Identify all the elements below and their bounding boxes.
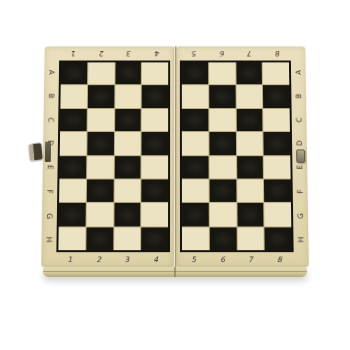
square-5G[interactable] <box>182 203 209 226</box>
board-halves: 1234 ABCDEFGH 1234 5678 ABCDEFGH 5678 <box>41 46 309 267</box>
square-2E[interactable] <box>87 156 114 179</box>
rank-label-right-F: F <box>288 184 313 199</box>
square-1A[interactable] <box>61 62 87 84</box>
square-6D[interactable] <box>209 132 235 155</box>
square-6E[interactable] <box>209 156 236 179</box>
square-4D[interactable] <box>142 132 168 155</box>
square-4F[interactable] <box>142 179 169 202</box>
file-label-top-8: 8 <box>262 46 292 60</box>
rank-label-right-A: A <box>286 65 310 79</box>
square-4A[interactable] <box>142 62 168 84</box>
playing-field-right <box>180 61 294 253</box>
square-6A[interactable] <box>209 62 235 84</box>
rank-label-right-D: D <box>287 136 312 150</box>
board-side-edge <box>43 267 307 277</box>
square-3E[interactable] <box>114 156 141 179</box>
square-1D[interactable] <box>60 132 87 155</box>
square-6B[interactable] <box>209 86 235 108</box>
square-7F[interactable] <box>237 179 264 202</box>
square-2G[interactable] <box>86 203 113 226</box>
file-label-top-1: 1 <box>58 46 88 60</box>
square-3B[interactable] <box>115 86 141 108</box>
square-8F[interactable] <box>264 179 291 202</box>
rank-label-left-B: B <box>39 89 63 103</box>
square-5D[interactable] <box>182 132 208 155</box>
file-label-top-6: 6 <box>207 46 237 60</box>
square-7D[interactable] <box>236 132 263 155</box>
square-7E[interactable] <box>237 156 264 179</box>
square-8H[interactable] <box>265 227 292 250</box>
square-5H[interactable] <box>182 227 209 250</box>
clasp-tab-icon <box>29 143 43 161</box>
square-1E[interactable] <box>59 156 86 179</box>
file-label-top-7: 7 <box>234 46 264 60</box>
square-7H[interactable] <box>237 227 264 250</box>
square-7B[interactable] <box>236 86 262 108</box>
square-7C[interactable] <box>236 109 262 131</box>
right-catch-pin-icon <box>296 149 305 163</box>
square-1G[interactable] <box>59 203 86 226</box>
rank-label-left-G: G <box>37 208 62 223</box>
file-label-bottom-7: 7 <box>235 252 267 267</box>
square-6C[interactable] <box>209 109 235 131</box>
square-5A[interactable] <box>182 62 208 84</box>
left-clasp <box>29 141 51 164</box>
file-label-top-2: 2 <box>86 46 116 60</box>
square-8G[interactable] <box>264 203 291 226</box>
square-6G[interactable] <box>209 203 236 226</box>
square-3D[interactable] <box>114 132 140 155</box>
square-5F[interactable] <box>182 179 209 202</box>
square-2H[interactable] <box>86 227 113 250</box>
square-4C[interactable] <box>142 109 168 131</box>
rank-label-left-C: C <box>39 112 63 126</box>
file-label-bottom-6: 6 <box>207 252 239 267</box>
file-labels-top-right-half: 5678 <box>180 46 291 60</box>
rank-label-right-H: H <box>289 233 314 248</box>
file-label-top-3: 3 <box>114 46 144 60</box>
square-4E[interactable] <box>142 156 168 179</box>
square-3F[interactable] <box>114 179 141 202</box>
square-6H[interactable] <box>210 227 237 250</box>
board-half-left: 1234 ABCDEFGH 1234 <box>41 46 173 267</box>
square-5C[interactable] <box>182 109 208 131</box>
square-3G[interactable] <box>114 203 141 226</box>
square-4H[interactable] <box>141 227 168 250</box>
file-label-top-5: 5 <box>179 46 209 60</box>
square-2F[interactable] <box>87 179 114 202</box>
file-label-bottom-2: 2 <box>83 252 115 267</box>
square-1F[interactable] <box>59 179 86 202</box>
rank-label-left-H: H <box>37 233 62 248</box>
file-label-top-4: 4 <box>141 46 171 60</box>
square-1C[interactable] <box>60 109 87 131</box>
square-5E[interactable] <box>182 156 208 179</box>
scene: 1234 ABCDEFGH 1234 5678 ABCDEFGH 5678 <box>0 0 350 350</box>
file-labels-top-left-half: 1234 <box>59 46 170 60</box>
clasp-base-icon <box>45 142 51 162</box>
rank-label-left-A: A <box>39 65 63 79</box>
square-3A[interactable] <box>115 62 141 84</box>
file-labels-bottom-left-half: 1234 <box>56 252 170 267</box>
square-4B[interactable] <box>142 86 168 108</box>
rank-label-right-C: C <box>287 112 311 126</box>
file-label-bottom-5: 5 <box>178 252 210 267</box>
square-1B[interactable] <box>60 86 86 108</box>
file-label-bottom-1: 1 <box>54 252 86 267</box>
square-7G[interactable] <box>237 203 264 226</box>
file-label-bottom-4: 4 <box>140 252 172 267</box>
rank-label-right-B: B <box>287 89 311 103</box>
square-3H[interactable] <box>114 227 141 250</box>
square-3C[interactable] <box>115 109 141 131</box>
square-2C[interactable] <box>87 109 113 131</box>
rank-label-left-F: F <box>37 184 62 199</box>
square-2A[interactable] <box>88 62 114 84</box>
square-2B[interactable] <box>88 86 114 108</box>
square-5B[interactable] <box>182 86 208 108</box>
file-label-bottom-8: 8 <box>264 252 296 267</box>
playing-field-left <box>56 61 170 253</box>
square-1H[interactable] <box>58 227 85 250</box>
file-label-bottom-3: 3 <box>111 252 143 267</box>
chess-board: 1234 ABCDEFGH 1234 5678 ABCDEFGH 5678 <box>41 46 309 277</box>
board-half-right: 5678 ABCDEFGH 5678 <box>177 46 309 267</box>
square-6F[interactable] <box>209 179 236 202</box>
square-2D[interactable] <box>87 132 114 155</box>
file-labels-bottom-right-half: 5678 <box>180 252 294 267</box>
square-7A[interactable] <box>236 62 262 84</box>
square-4G[interactable] <box>141 203 168 226</box>
rank-label-right-G: G <box>288 208 313 223</box>
